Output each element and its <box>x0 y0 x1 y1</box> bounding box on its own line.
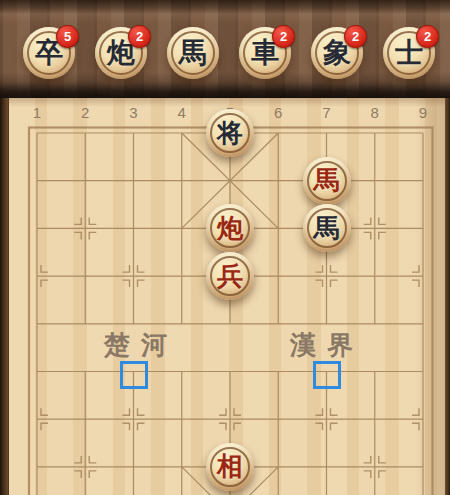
file-label-8: 8 <box>364 104 386 121</box>
board-piece-red-horse[interactable]: 馬 <box>303 157 351 205</box>
river-label-left: 楚河 <box>75 329 207 361</box>
piece-character: 馬 <box>303 157 351 205</box>
move-highlight <box>313 361 341 389</box>
file-label-3: 3 <box>123 104 145 121</box>
captured-piece-black-advisor: 士2 <box>383 27 435 79</box>
captured-piece-black-elephant: 象2 <box>311 27 363 79</box>
file-label-4: 4 <box>171 104 193 121</box>
captured-piece-black-cannon: 炮2 <box>95 27 147 79</box>
file-label-2: 2 <box>74 104 96 121</box>
captured-piece-black-horse: 馬 <box>167 27 219 79</box>
capture-count-badge: 2 <box>272 25 295 48</box>
piece-character: 相 <box>206 443 254 491</box>
board-piece-red-soldier[interactable]: 兵 <box>206 252 254 300</box>
board-right-wood-edge <box>445 98 450 495</box>
file-label-9: 9 <box>412 104 434 121</box>
captured-tray: 卒5炮2馬車2象2士2 <box>0 0 450 98</box>
capture-count-badge: 2 <box>344 25 367 48</box>
river-label-right: 漢界 <box>261 329 393 361</box>
file-label-6: 6 <box>267 104 289 121</box>
captured-piece-black-chariot: 車2 <box>239 27 291 79</box>
board-piece-red-cannon[interactable]: 炮 <box>206 204 254 252</box>
board-left-wood-edge <box>0 98 9 495</box>
file-label-7: 7 <box>316 104 338 121</box>
board-piece-red-elephant[interactable]: 相 <box>206 443 254 491</box>
capture-count-badge: 5 <box>56 25 79 48</box>
board-piece-black-horse[interactable]: 馬 <box>303 204 351 252</box>
move-highlight <box>120 361 148 389</box>
piece-character: 将 <box>206 109 254 157</box>
piece-character: 炮 <box>206 204 254 252</box>
file-label-1: 1 <box>26 104 48 121</box>
piece-character: 馬 <box>303 204 351 252</box>
piece-character: 馬 <box>167 27 219 79</box>
capture-count-badge: 2 <box>128 25 151 48</box>
xiangqi-game-screen: 卒5炮2馬車2象2士2 楚河 漢界 123456789 将馬炮馬兵相 <box>0 0 450 495</box>
piece-character: 兵 <box>206 252 254 300</box>
captured-piece-black-soldier: 卒5 <box>23 27 75 79</box>
capture-count-badge: 2 <box>416 25 439 48</box>
board-piece-black-general[interactable]: 将 <box>206 109 254 157</box>
